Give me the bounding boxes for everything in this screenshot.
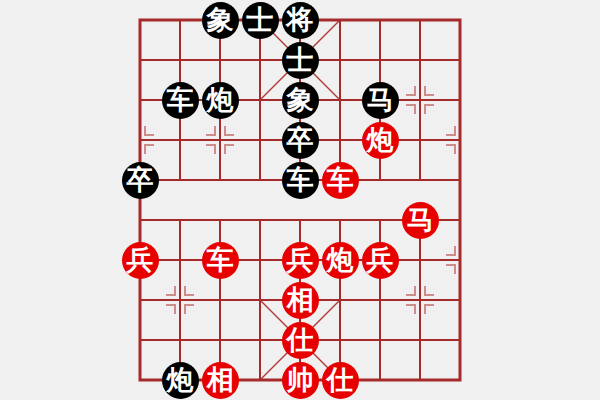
piece-red-pawn[interactable]: 兵 [362, 242, 399, 279]
piece-red-cannon[interactable]: 炮 [362, 122, 399, 159]
piece-red-elephant[interactable]: 相 [282, 282, 319, 319]
piece-red-advisor[interactable]: 仕 [282, 322, 319, 359]
piece-black-pawn[interactable]: 卒 [282, 122, 319, 159]
piece-black-advisor[interactable]: 士 [242, 2, 279, 39]
piece-red-cannon[interactable]: 炮 [322, 242, 359, 279]
piece-red-advisor[interactable]: 仕 [322, 362, 359, 399]
piece-red-chariot[interactable]: 车 [322, 162, 359, 199]
piece-black-chariot[interactable]: 车 [162, 82, 199, 119]
pieces-layer: 象士将士车炮象马卒炮卒车车马兵车兵炮兵相仕炮相帅仕 [0, 0, 600, 400]
xiangqi-app: 象士将士车炮象马卒炮卒车车马兵车兵炮兵相仕炮相帅仕 [0, 0, 600, 400]
piece-black-cannon[interactable]: 炮 [202, 82, 239, 119]
piece-red-general[interactable]: 帅 [282, 362, 319, 399]
piece-red-horse[interactable]: 马 [402, 202, 439, 239]
piece-red-elephant[interactable]: 相 [202, 362, 239, 399]
piece-red-pawn[interactable]: 兵 [122, 242, 159, 279]
piece-black-cannon[interactable]: 炮 [162, 362, 199, 399]
piece-black-elephant[interactable]: 象 [202, 2, 239, 39]
piece-black-advisor[interactable]: 士 [282, 42, 319, 79]
piece-black-elephant[interactable]: 象 [282, 82, 319, 119]
piece-black-pawn[interactable]: 卒 [122, 162, 159, 199]
xiangqi-board[interactable]: 象士将士车炮象马卒炮卒车车马兵车兵炮兵相仕炮相帅仕 [0, 0, 600, 400]
piece-black-chariot[interactable]: 车 [282, 162, 319, 199]
piece-red-pawn[interactable]: 兵 [282, 242, 319, 279]
piece-black-general[interactable]: 将 [282, 2, 319, 39]
piece-red-chariot[interactable]: 车 [202, 242, 239, 279]
piece-black-horse[interactable]: 马 [362, 82, 399, 119]
